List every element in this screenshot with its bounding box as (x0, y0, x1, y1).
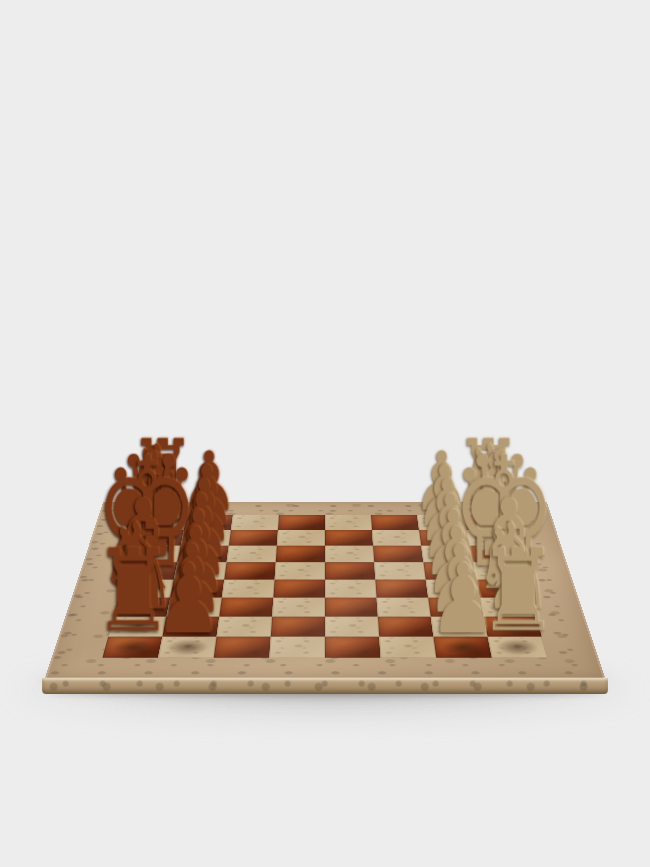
square-h4 (325, 637, 381, 658)
square-a6 (231, 515, 279, 530)
square-g3 (378, 617, 434, 637)
square-c4 (325, 546, 374, 563)
square-d6 (224, 562, 276, 579)
square-f5 (272, 598, 325, 617)
square-e5 (273, 580, 325, 598)
square-f3 (377, 598, 431, 617)
board-front-edge (42, 678, 608, 694)
square-g6 (217, 617, 273, 637)
square-h5 (269, 637, 325, 658)
square-d5 (275, 562, 325, 579)
square-g5 (271, 617, 325, 637)
piece-black-pawn-h7: ♟ (158, 637, 216, 658)
square-f4 (325, 598, 378, 617)
square-d3 (374, 562, 426, 579)
square-f6 (219, 598, 273, 617)
piece-black-rook-h8: ♜ (102, 637, 162, 658)
square-b4 (325, 530, 373, 546)
square-a5 (278, 515, 325, 530)
square-e4 (325, 580, 377, 598)
square-b3 (372, 530, 421, 546)
black-pawn-glyph: ♟ (154, 551, 221, 647)
square-c6 (227, 546, 277, 563)
square-b5 (277, 530, 325, 546)
square-c5 (276, 546, 325, 563)
square-h3 (379, 637, 436, 658)
piece-white-rook-h1: ♜ (488, 637, 548, 658)
square-a4 (325, 515, 372, 530)
product-photo: ♜♞♝♛♚♝♞♜♟♟♟♟♟♟♟♟♟♟♟♟♟♟♟♟♜♞♝♛♚♝♞♜ (0, 0, 650, 867)
square-c3 (373, 546, 423, 563)
square-g4 (325, 617, 379, 637)
white-rook-glyph: ♜ (477, 533, 557, 647)
square-h6 (214, 637, 271, 658)
square-e3 (375, 580, 428, 598)
square-a3 (371, 515, 419, 530)
chess-board: ♜♞♝♛♚♝♞♜♟♟♟♟♟♟♟♟♟♟♟♟♟♟♟♟♜♞♝♛♚♝♞♜ (45, 502, 605, 678)
square-b6 (229, 530, 278, 546)
perspective-scene: ♜♞♝♛♚♝♞♜♟♟♟♟♟♟♟♟♟♟♟♟♟♟♟♟♜♞♝♛♚♝♞♜ (0, 0, 650, 867)
square-e6 (222, 580, 275, 598)
square-d4 (325, 562, 375, 579)
